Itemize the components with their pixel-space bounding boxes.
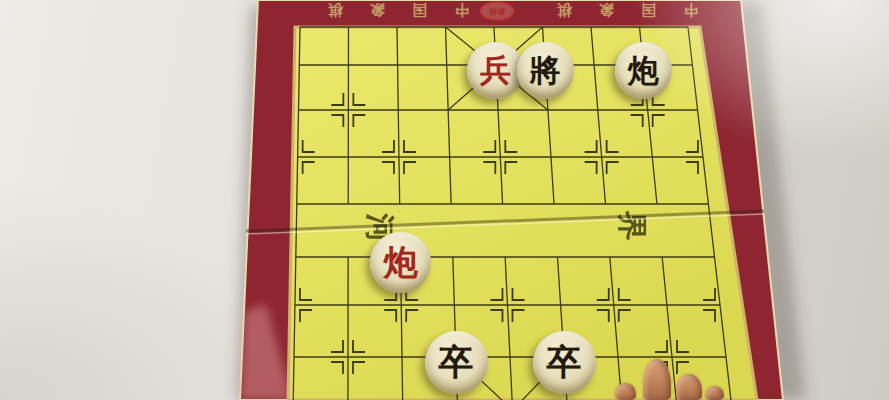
finger	[676, 374, 702, 400]
piece-glyph: 炮	[384, 245, 418, 279]
banner-title-left: 中国象棋	[301, 1, 469, 19]
piece-black-soldier[interactable]: 卒	[425, 331, 488, 394]
piece-glyph: 卒	[439, 345, 474, 380]
brand-seal-text: 象棋	[488, 7, 506, 16]
piece-red-soldier[interactable]: 兵	[467, 42, 524, 99]
piece-glyph: 將	[530, 55, 561, 86]
finger	[705, 386, 724, 400]
piece-black-cannon[interactable]: 炮	[615, 42, 672, 99]
finger	[615, 383, 636, 400]
piece-black-general[interactable]: 將	[517, 42, 574, 99]
photo-scene: 河界中国象棋中国象棋象棋 兵將炮炮卒卒	[0, 0, 889, 400]
piece-black-soldier[interactable]: 卒	[533, 331, 596, 394]
banner-title-right: 中国象棋	[530, 1, 698, 19]
piece-glyph: 卒	[547, 345, 582, 380]
finger	[643, 359, 671, 400]
piece-glyph: 兵	[480, 55, 511, 86]
piece-glyph: 炮	[628, 55, 659, 86]
piece-red-cannon[interactable]: 炮	[370, 232, 431, 293]
